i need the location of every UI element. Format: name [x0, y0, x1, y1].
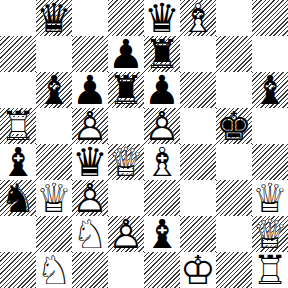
square-b6[interactable]: ♝♝: [36, 72, 72, 108]
white-bishop-glyph: ♗: [180, 0, 216, 36]
piece-black-queen[interactable]: ♛♛: [36, 0, 72, 36]
square-h8[interactable]: [252, 0, 288, 36]
white-rook-glyph: ♖: [252, 252, 288, 288]
square-b3[interactable]: ♛♕: [36, 180, 72, 216]
square-g8[interactable]: [216, 0, 252, 36]
white-knight-glyph: ♘: [72, 216, 108, 252]
piece-white-knight[interactable]: ♞♘: [72, 216, 108, 252]
white-pawn-glyph: ♙: [108, 216, 144, 252]
white-queen-glyph: ♕: [36, 180, 72, 216]
black-rook-glyph: ♜: [108, 72, 144, 108]
square-d6[interactable]: ♜♜: [108, 72, 144, 108]
square-h1[interactable]: ♜♖: [252, 252, 288, 288]
piece-black-rook[interactable]: ♜♜: [108, 72, 144, 108]
square-f8[interactable]: ♝♗: [180, 0, 216, 36]
white-bishop-glyph: ♗: [144, 144, 180, 180]
square-g3[interactable]: [216, 180, 252, 216]
square-c2[interactable]: ♞♘: [72, 216, 108, 252]
piece-white-king[interactable]: ♚♔: [180, 252, 216, 288]
white-knight-glyph: ♘: [36, 252, 72, 288]
piece-white-bishop[interactable]: ♝♗: [180, 0, 216, 36]
piece-white-knight[interactable]: ♞♘: [36, 252, 72, 288]
black-queen-glyph: ♛: [36, 0, 72, 36]
square-c1[interactable]: [72, 252, 108, 288]
black-bishop-glyph: ♝: [36, 72, 72, 108]
piece-black-bishop[interactable]: ♝♝: [36, 72, 72, 108]
black-bishop-glyph: ♝: [144, 216, 180, 252]
square-a3[interactable]: ♞♞: [0, 180, 36, 216]
square-b1[interactable]: ♞♘: [36, 252, 72, 288]
white-queen-glyph: ♕: [108, 144, 144, 180]
square-g2[interactable]: [216, 216, 252, 252]
piece-black-knight[interactable]: ♞♞: [0, 180, 36, 216]
square-b5[interactable]: [36, 108, 72, 144]
square-c8[interactable]: [72, 0, 108, 36]
black-king-glyph: ♚: [216, 108, 252, 144]
square-g7[interactable]: [216, 36, 252, 72]
chess-board: ♛♛♛♛♝♗♟♟♜♜♝♝♟♟♜♜♟♟♝♝♜♖♟♙♟♙♚♚♝♝♛♛♛♕♝♗♞♞♛♕…: [0, 0, 288, 288]
square-f1[interactable]: ♚♔: [180, 252, 216, 288]
square-h6[interactable]: ♝♝: [252, 72, 288, 108]
piece-black-bishop[interactable]: ♝♝: [144, 216, 180, 252]
piece-white-queen[interactable]: ♛♕: [108, 144, 144, 180]
square-a7[interactable]: [0, 36, 36, 72]
square-b8[interactable]: ♛♛: [36, 0, 72, 36]
square-f4[interactable]: [180, 144, 216, 180]
square-a2[interactable]: [0, 216, 36, 252]
piece-black-bishop[interactable]: ♝♝: [252, 72, 288, 108]
piece-white-pawn[interactable]: ♟♙: [108, 216, 144, 252]
square-g4[interactable]: [216, 144, 252, 180]
square-d4[interactable]: ♛♕: [108, 144, 144, 180]
square-f5[interactable]: [180, 108, 216, 144]
square-g5[interactable]: ♚♚: [216, 108, 252, 144]
square-a1[interactable]: [0, 252, 36, 288]
square-d1[interactable]: [108, 252, 144, 288]
piece-white-bishop[interactable]: ♝♗: [144, 144, 180, 180]
square-h5[interactable]: [252, 108, 288, 144]
square-e1[interactable]: [144, 252, 180, 288]
black-knight-glyph: ♞: [0, 180, 36, 216]
square-f6[interactable]: [180, 72, 216, 108]
piece-black-king[interactable]: ♚♚: [216, 108, 252, 144]
square-f7[interactable]: [180, 36, 216, 72]
piece-white-rook[interactable]: ♜♖: [252, 252, 288, 288]
piece-white-queen[interactable]: ♛♕: [36, 180, 72, 216]
black-bishop-glyph: ♝: [252, 72, 288, 108]
white-king-glyph: ♔: [180, 252, 216, 288]
square-g1[interactable]: [216, 252, 252, 288]
square-e2[interactable]: ♝♝: [144, 216, 180, 252]
square-a8[interactable]: [0, 0, 36, 36]
square-f3[interactable]: [180, 180, 216, 216]
square-e4[interactable]: ♝♗: [144, 144, 180, 180]
square-d2[interactable]: ♟♙: [108, 216, 144, 252]
